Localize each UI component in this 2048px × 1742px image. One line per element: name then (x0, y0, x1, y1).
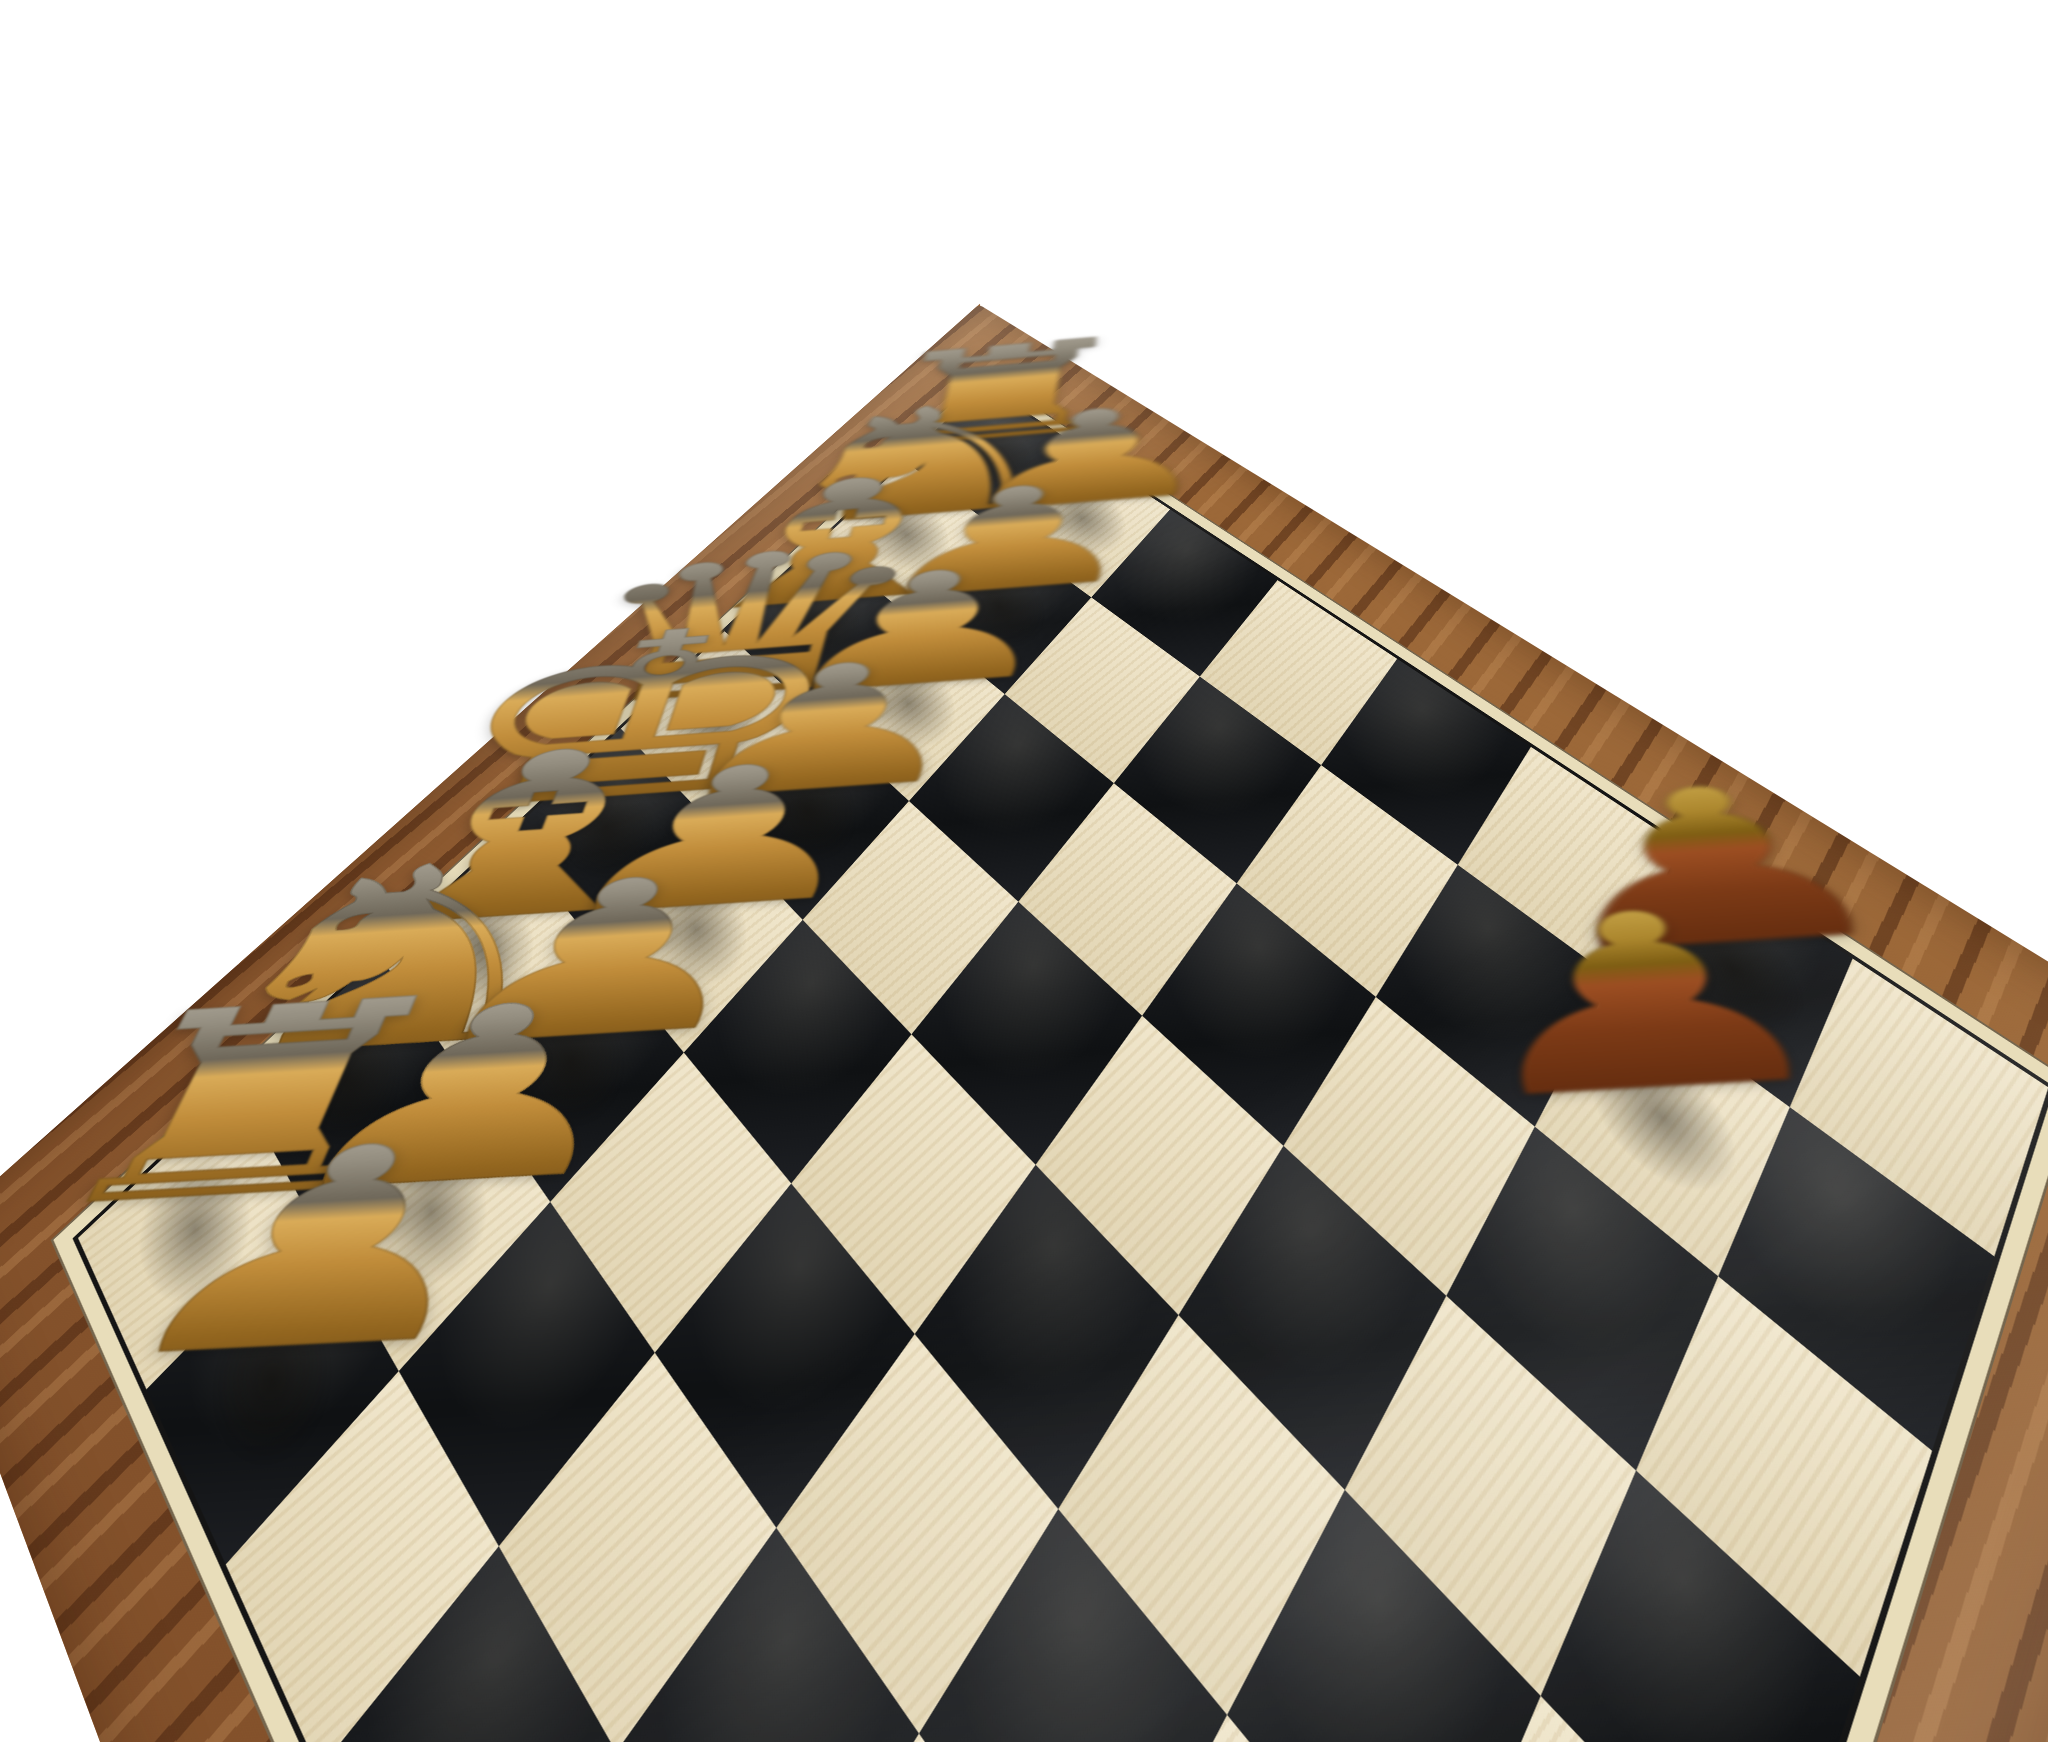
square-e8 (1429, 1696, 1775, 1742)
black-pawn-glyph: ♟ (1446, 874, 1868, 1138)
square-g4 (499, 1353, 776, 1742)
chess-board: ♜♞♝♚♛♝♞♜♟♟♟♟♟♟♟♟♟♟ (0, 304, 2048, 1742)
square-f6 (919, 1509, 1227, 1742)
square-d7 (1345, 1296, 1636, 1696)
square-d8 (1541, 1471, 1860, 1742)
square-d6 (1179, 1146, 1447, 1490)
play-area: ♜♞♝♚♛♝♞♜♟♟♟♟♟♟♟♟♟♟ (73, 384, 2048, 1742)
photo-stage: Starting chess position on a glossy waln… (0, 0, 2048, 1742)
black-pawn-b7: ♟ (1535, 978, 1790, 1276)
square-g5 (616, 1528, 919, 1742)
square-e5 (915, 1165, 1179, 1509)
square-c7 (1446, 1127, 1718, 1471)
perspective-scene: ♜♞♝♚♛♝♞♜♟♟♟♟♟♟♟♟♟♟ (0, 0, 2048, 1742)
square-f7 (1089, 1715, 1429, 1742)
